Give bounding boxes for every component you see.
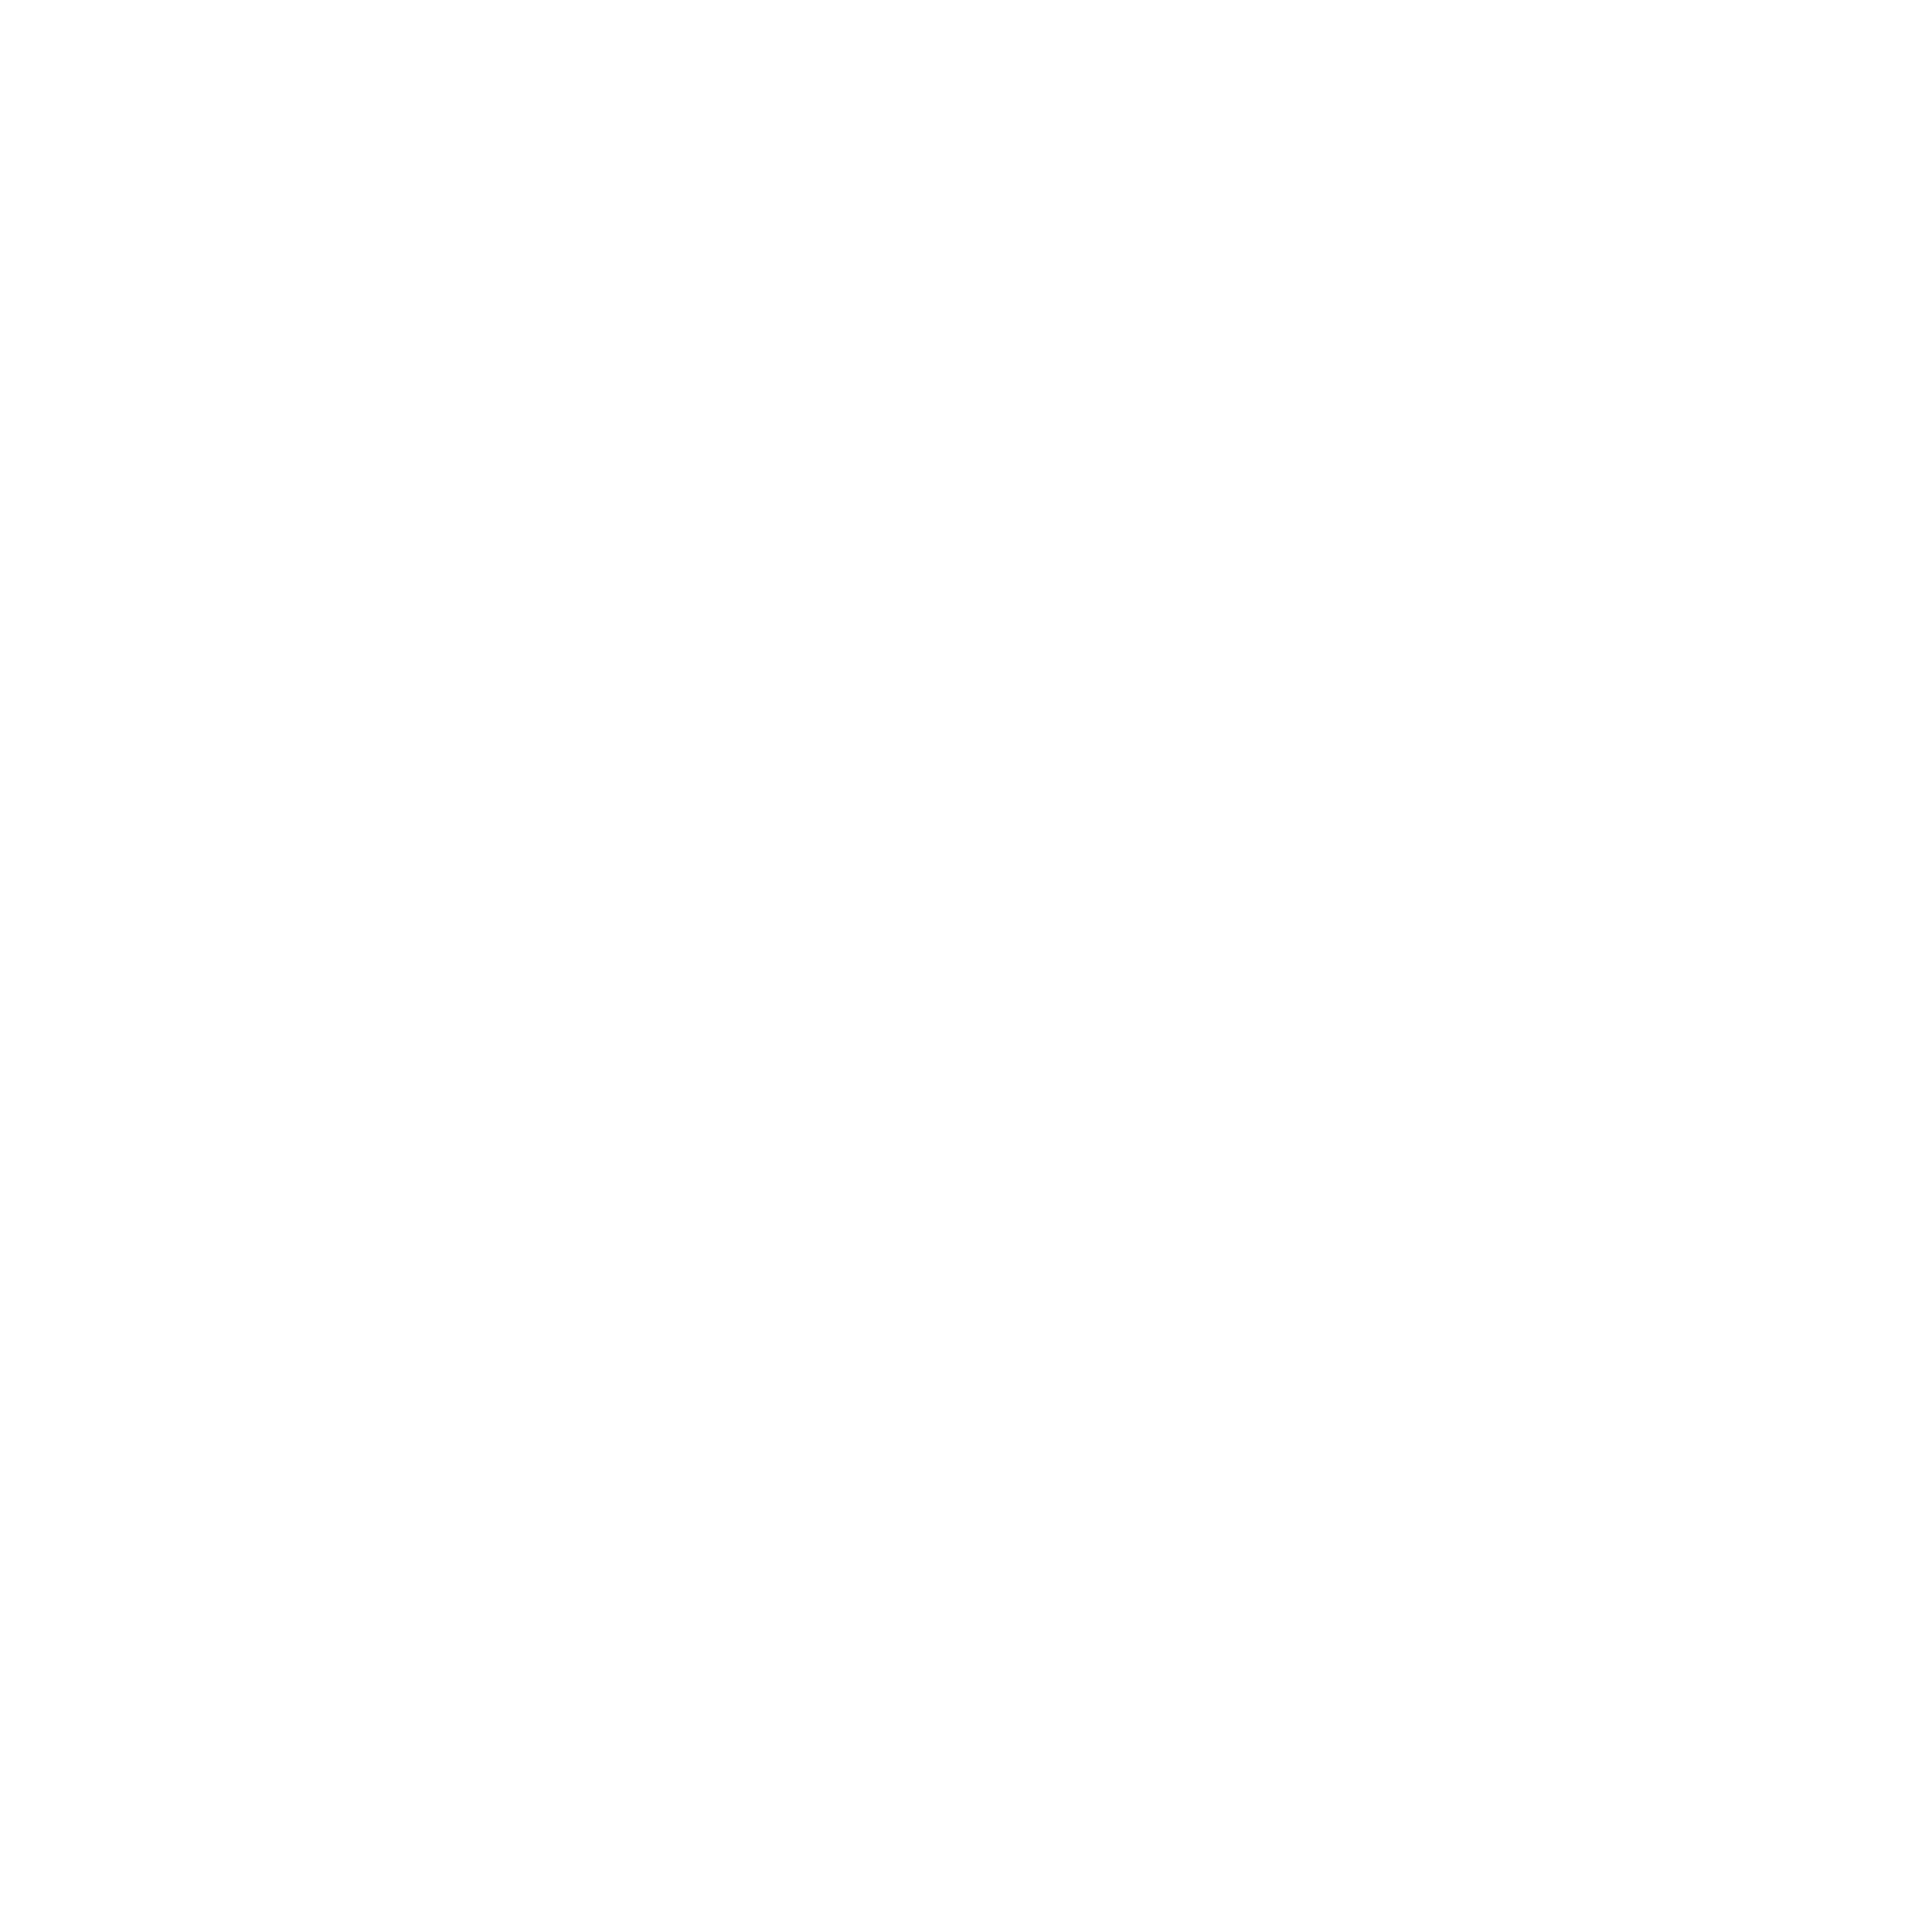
product-photo-page: { "game": "chess", "scene": "Handcrafted…	[0, 0, 1932, 1932]
chess-box-scene	[0, 0, 1932, 1932]
